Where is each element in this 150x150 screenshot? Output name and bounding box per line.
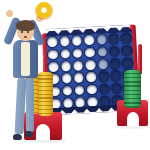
child-right-leg xyxy=(26,78,34,132)
board-hole xyxy=(75,85,85,95)
board-hole xyxy=(62,86,72,96)
board-hole xyxy=(109,46,119,56)
board-hole xyxy=(110,59,120,69)
held-yellow-ring xyxy=(36,2,52,18)
board-hole xyxy=(121,33,131,43)
child xyxy=(0,0,60,150)
board-hole xyxy=(72,36,82,46)
board-hole xyxy=(60,36,70,46)
child-right-eye xyxy=(27,31,29,33)
board-hole xyxy=(109,34,119,44)
child-left-fist xyxy=(6,10,13,17)
child-mouth xyxy=(24,36,27,38)
board-hole xyxy=(98,59,108,69)
board-hole xyxy=(84,35,94,45)
board-hole xyxy=(122,58,132,68)
board-hole xyxy=(62,73,72,83)
board-hole xyxy=(85,48,95,58)
board-hole xyxy=(86,72,96,82)
product-image[interactable] xyxy=(0,0,150,150)
board-hole xyxy=(74,73,84,83)
child-hair xyxy=(16,20,35,31)
board-hole xyxy=(99,84,109,94)
board-hole xyxy=(87,84,97,94)
board-hole xyxy=(60,49,70,59)
board-hole xyxy=(73,48,83,58)
board-hole xyxy=(98,72,108,82)
child-left-leg xyxy=(15,78,27,134)
board-hole xyxy=(73,60,83,70)
board-hole xyxy=(122,46,132,56)
board-hole xyxy=(111,71,121,81)
board-hole xyxy=(86,60,96,70)
board-hole xyxy=(97,35,107,45)
child-right-shoe xyxy=(25,131,33,137)
child-left-eye xyxy=(21,31,23,33)
board-hole xyxy=(97,47,107,57)
right-ring-stack xyxy=(124,70,141,108)
board-hole xyxy=(61,61,71,71)
right-foot-arch xyxy=(127,112,139,126)
child-shirt xyxy=(21,42,30,76)
board-hole xyxy=(111,83,121,93)
child-left-shoe xyxy=(13,134,22,140)
